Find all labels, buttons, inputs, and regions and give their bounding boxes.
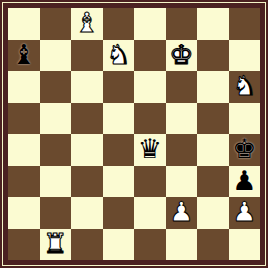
chess-board: ♝♝♞♚♞♛♚♟♟♟♜ [8, 8, 260, 260]
square-d6[interactable] [103, 71, 135, 103]
square-a1[interactable] [8, 229, 40, 261]
square-f5[interactable] [166, 103, 198, 135]
black-bishop[interactable]: ♝ [12, 41, 36, 68]
square-e3[interactable] [134, 166, 166, 198]
square-c5[interactable] [71, 103, 103, 135]
white-pawn[interactable]: ♟ [232, 198, 256, 225]
square-e7[interactable] [134, 40, 166, 72]
square-a7[interactable]: ♝ [8, 40, 40, 72]
square-h4[interactable]: ♚ [229, 134, 261, 166]
square-f6[interactable] [166, 71, 198, 103]
square-b5[interactable] [40, 103, 72, 135]
square-a6[interactable] [8, 71, 40, 103]
square-b6[interactable] [40, 71, 72, 103]
square-d5[interactable] [103, 103, 135, 135]
square-a3[interactable] [8, 166, 40, 198]
square-b1[interactable]: ♜ [40, 229, 72, 261]
square-d2[interactable] [103, 197, 135, 229]
square-b7[interactable] [40, 40, 72, 72]
square-d1[interactable] [103, 229, 135, 261]
square-h3[interactable]: ♟ [229, 166, 261, 198]
square-e6[interactable] [134, 71, 166, 103]
black-queen[interactable]: ♛ [138, 135, 162, 162]
square-h5[interactable] [229, 103, 261, 135]
white-knight[interactable]: ♞ [232, 72, 256, 99]
square-a5[interactable] [8, 103, 40, 135]
white-pawn[interactable]: ♟ [169, 198, 193, 225]
square-f8[interactable] [166, 8, 198, 40]
white-knight[interactable]: ♞ [106, 41, 130, 68]
chess-board-frame: ♝♝♞♚♞♛♚♟♟♟♜ [0, 0, 268, 268]
square-c4[interactable] [71, 134, 103, 166]
square-g1[interactable] [197, 229, 229, 261]
square-g7[interactable] [197, 40, 229, 72]
square-f4[interactable] [166, 134, 198, 166]
white-rook[interactable]: ♜ [43, 230, 67, 257]
square-b8[interactable] [40, 8, 72, 40]
square-g4[interactable] [197, 134, 229, 166]
square-g6[interactable] [197, 71, 229, 103]
square-d8[interactable] [103, 8, 135, 40]
square-h7[interactable] [229, 40, 261, 72]
square-e4[interactable]: ♛ [134, 134, 166, 166]
square-a2[interactable] [8, 197, 40, 229]
square-e1[interactable] [134, 229, 166, 261]
board-inner-border: ♝♝♞♚♞♛♚♟♟♟♜ [2, 2, 266, 266]
square-g2[interactable] [197, 197, 229, 229]
square-d3[interactable] [103, 166, 135, 198]
square-h1[interactable] [229, 229, 261, 261]
black-pawn[interactable]: ♟ [232, 167, 256, 194]
square-h8[interactable] [229, 8, 261, 40]
square-b4[interactable] [40, 134, 72, 166]
square-b2[interactable] [40, 197, 72, 229]
square-g5[interactable] [197, 103, 229, 135]
square-a4[interactable] [8, 134, 40, 166]
black-king[interactable]: ♚ [232, 135, 256, 162]
square-b3[interactable] [40, 166, 72, 198]
white-bishop[interactable]: ♝ [75, 9, 99, 36]
square-d7[interactable]: ♞ [103, 40, 135, 72]
square-e8[interactable] [134, 8, 166, 40]
square-c8[interactable]: ♝ [71, 8, 103, 40]
square-c1[interactable] [71, 229, 103, 261]
square-f7[interactable]: ♚ [166, 40, 198, 72]
square-c2[interactable] [71, 197, 103, 229]
square-h6[interactable]: ♞ [229, 71, 261, 103]
square-c3[interactable] [71, 166, 103, 198]
square-g8[interactable] [197, 8, 229, 40]
square-e2[interactable] [134, 197, 166, 229]
square-f2[interactable]: ♟ [166, 197, 198, 229]
square-c7[interactable] [71, 40, 103, 72]
white-king[interactable]: ♚ [169, 41, 193, 68]
square-a8[interactable] [8, 8, 40, 40]
square-f1[interactable] [166, 229, 198, 261]
square-c6[interactable] [71, 71, 103, 103]
square-e5[interactable] [134, 103, 166, 135]
square-f3[interactable] [166, 166, 198, 198]
square-h2[interactable]: ♟ [229, 197, 261, 229]
square-g3[interactable] [197, 166, 229, 198]
square-d4[interactable] [103, 134, 135, 166]
